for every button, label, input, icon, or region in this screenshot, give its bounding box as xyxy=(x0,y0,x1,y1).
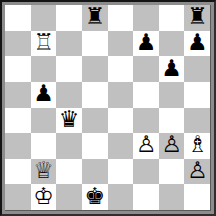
square-b8[interactable] xyxy=(31,5,57,31)
square-h2[interactable]: ♙ xyxy=(184,159,210,185)
square-e5[interactable] xyxy=(108,82,134,108)
square-g5[interactable] xyxy=(159,82,185,108)
square-c7[interactable] xyxy=(56,31,82,57)
square-d3[interactable] xyxy=(82,133,108,159)
square-a5[interactable] xyxy=(5,82,31,108)
piece-white-pawn[interactable]: ♙ xyxy=(161,133,182,156)
piece-black-rook[interactable]: ♜ xyxy=(84,5,105,28)
square-e1[interactable] xyxy=(108,184,134,210)
square-c6[interactable] xyxy=(56,56,82,82)
square-g8[interactable] xyxy=(159,5,185,31)
square-h3[interactable]: ♗ xyxy=(184,133,210,159)
square-e8[interactable] xyxy=(108,5,134,31)
square-d6[interactable] xyxy=(82,56,108,82)
piece-white-pawn[interactable]: ♙ xyxy=(187,159,208,182)
chess-board: ♜♜♖♟♟♟♟♛♙♙♗♕♙♔♚ xyxy=(5,5,211,211)
square-g6[interactable]: ♟ xyxy=(159,56,185,82)
square-b2[interactable]: ♕ xyxy=(31,159,57,185)
square-c3[interactable] xyxy=(56,133,82,159)
square-b7[interactable]: ♖ xyxy=(31,31,57,57)
square-d5[interactable] xyxy=(82,82,108,108)
square-c8[interactable] xyxy=(56,5,82,31)
square-f1[interactable] xyxy=(133,184,159,210)
square-h5[interactable] xyxy=(184,82,210,108)
square-a7[interactable] xyxy=(5,31,31,57)
square-d1[interactable]: ♚ xyxy=(82,184,108,210)
square-f5[interactable] xyxy=(133,82,159,108)
piece-black-pawn[interactable]: ♟ xyxy=(33,82,54,105)
square-d8[interactable]: ♜ xyxy=(82,5,108,31)
board-frame: ♜♜♖♟♟♟♟♛♙♙♗♕♙♔♚ xyxy=(0,0,216,216)
piece-black-king[interactable]: ♚ xyxy=(84,185,105,208)
square-f7[interactable]: ♟ xyxy=(133,31,159,57)
square-a8[interactable] xyxy=(5,5,31,31)
square-f2[interactable] xyxy=(133,159,159,185)
square-b4[interactable] xyxy=(31,108,57,134)
square-f6[interactable] xyxy=(133,56,159,82)
square-c2[interactable] xyxy=(56,159,82,185)
square-f8[interactable] xyxy=(133,5,159,31)
square-c1[interactable] xyxy=(56,184,82,210)
square-b5[interactable]: ♟ xyxy=(31,82,57,108)
piece-black-rook[interactable]: ♜ xyxy=(187,5,208,28)
piece-white-pawn[interactable]: ♙ xyxy=(136,133,157,156)
square-a1[interactable] xyxy=(5,184,31,210)
square-g2[interactable] xyxy=(159,159,185,185)
square-b3[interactable] xyxy=(31,133,57,159)
square-a2[interactable] xyxy=(5,159,31,185)
square-g1[interactable] xyxy=(159,184,185,210)
square-g3[interactable]: ♙ xyxy=(159,133,185,159)
square-e7[interactable] xyxy=(108,31,134,57)
square-g7[interactable] xyxy=(159,31,185,57)
square-d2[interactable] xyxy=(82,159,108,185)
square-e4[interactable] xyxy=(108,108,134,134)
square-f4[interactable] xyxy=(133,108,159,134)
square-d4[interactable] xyxy=(82,108,108,134)
square-g4[interactable] xyxy=(159,108,185,134)
square-f3[interactable]: ♙ xyxy=(133,133,159,159)
square-a6[interactable] xyxy=(5,56,31,82)
square-b1[interactable]: ♔ xyxy=(31,184,57,210)
square-h1[interactable] xyxy=(184,184,210,210)
square-h7[interactable]: ♟ xyxy=(184,31,210,57)
square-b6[interactable] xyxy=(31,56,57,82)
piece-white-rook[interactable]: ♖ xyxy=(33,31,54,54)
chess-diagram: ♜♜♖♟♟♟♟♛♙♙♗♕♙♔♚ xyxy=(0,0,216,216)
square-d7[interactable] xyxy=(82,31,108,57)
square-c4[interactable]: ♛ xyxy=(56,108,82,134)
piece-black-queen[interactable]: ♛ xyxy=(59,108,80,131)
piece-white-queen[interactable]: ♕ xyxy=(33,159,54,182)
square-h6[interactable] xyxy=(184,56,210,82)
square-h8[interactable]: ♜ xyxy=(184,5,210,31)
square-c5[interactable] xyxy=(56,82,82,108)
piece-white-bishop[interactable]: ♗ xyxy=(187,133,208,156)
piece-black-pawn[interactable]: ♟ xyxy=(187,31,208,54)
square-e6[interactable] xyxy=(108,56,134,82)
piece-black-pawn[interactable]: ♟ xyxy=(136,31,157,54)
square-e2[interactable] xyxy=(108,159,134,185)
square-e3[interactable] xyxy=(108,133,134,159)
piece-black-pawn[interactable]: ♟ xyxy=(161,57,182,80)
square-a4[interactable] xyxy=(5,108,31,134)
square-a3[interactable] xyxy=(5,133,31,159)
piece-white-king[interactable]: ♔ xyxy=(33,185,54,208)
square-h4[interactable] xyxy=(184,108,210,134)
